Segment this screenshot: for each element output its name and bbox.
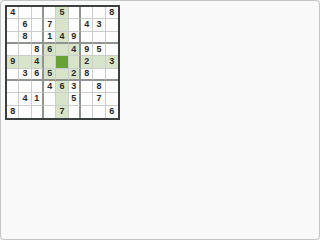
- cell-r2-c5[interactable]: [56, 19, 68, 31]
- cell-r9-c2[interactable]: [19, 106, 31, 118]
- cell-r2-c9[interactable]: [106, 19, 118, 31]
- cell-r5-c5[interactable]: [56, 56, 68, 68]
- cell-r4-c4[interactable]: 6: [44, 44, 56, 56]
- cell-r3-c2[interactable]: 8: [19, 32, 31, 44]
- cell-r5-c4[interactable]: [44, 56, 56, 68]
- cell-r2-c1[interactable]: [7, 19, 19, 31]
- cell-r2-c4[interactable]: 7: [44, 19, 56, 31]
- cell-r9-c3[interactable]: [32, 106, 44, 118]
- cell-r4-c1[interactable]: [7, 44, 19, 56]
- cell-r3-c7[interactable]: [81, 32, 93, 44]
- cell-r2-c6[interactable]: [69, 19, 81, 31]
- cell-r4-c2[interactable]: [19, 44, 31, 56]
- cell-r1-c8[interactable]: [93, 7, 105, 19]
- cell-r1-c4[interactable]: [44, 7, 56, 19]
- cell-r1-c7[interactable]: [81, 7, 93, 19]
- cell-r5-c2[interactable]: [19, 56, 31, 68]
- cell-r7-c9[interactable]: [106, 81, 118, 93]
- cell-r5-c7[interactable]: 2: [81, 56, 93, 68]
- cell-r1-c3[interactable]: [32, 7, 44, 19]
- cell-r9-c4[interactable]: [44, 106, 56, 118]
- cell-r8-c4[interactable]: [44, 93, 56, 105]
- cell-r3-c8[interactable]: [93, 32, 105, 44]
- cell-r4-c8[interactable]: 5: [93, 44, 105, 56]
- cell-r1-c2[interactable]: [19, 7, 31, 19]
- cell-r3-c5[interactable]: 4: [56, 32, 68, 44]
- cell-r9-c9[interactable]: 6: [106, 106, 118, 118]
- cell-r2-c2[interactable]: 6: [19, 19, 31, 31]
- cell-r9-c6[interactable]: [69, 106, 81, 118]
- cell-r6-c4[interactable]: 5: [44, 69, 56, 81]
- cell-r7-c1[interactable]: [7, 81, 19, 93]
- cell-r3-c3[interactable]: [32, 32, 44, 44]
- cell-r1-c6[interactable]: [69, 7, 81, 19]
- cell-r3-c9[interactable]: [106, 32, 118, 44]
- cell-r8-c1[interactable]: [7, 93, 19, 105]
- cell-r4-c5[interactable]: [56, 44, 68, 56]
- cell-r1-c1[interactable]: 4: [7, 7, 19, 19]
- cell-r7-c5[interactable]: 6: [56, 81, 68, 93]
- cell-r8-c6[interactable]: 5: [69, 93, 81, 105]
- cell-r6-c1[interactable]: [7, 69, 19, 81]
- cell-r9-c5[interactable]: 7: [56, 106, 68, 118]
- cell-r3-c6[interactable]: 9: [69, 32, 81, 44]
- cell-r8-c7[interactable]: [81, 93, 93, 105]
- cell-r4-c6[interactable]: 4: [69, 44, 81, 56]
- cell-r7-c4[interactable]: 4: [44, 81, 56, 93]
- cell-r9-c1[interactable]: 8: [7, 106, 19, 118]
- cell-r2-c7[interactable]: 4: [81, 19, 93, 31]
- cell-r2-c3[interactable]: [32, 19, 44, 31]
- cell-r7-c2[interactable]: [19, 81, 31, 93]
- cell-r4-c7[interactable]: 9: [81, 44, 93, 56]
- cell-r8-c2[interactable]: 4: [19, 93, 31, 105]
- cell-r6-c5[interactable]: [56, 69, 68, 81]
- cell-r2-c8[interactable]: 3: [93, 19, 105, 31]
- sudoku-board: 458674381498649594233652846384157876: [5, 5, 120, 120]
- board-frame: 458674381498649594233652846384157876: [0, 0, 124, 124]
- cell-r4-c9[interactable]: [106, 44, 118, 56]
- cell-r8-c8[interactable]: 7: [93, 93, 105, 105]
- cell-r1-c9[interactable]: 8: [106, 7, 118, 19]
- cell-r5-c6[interactable]: [69, 56, 81, 68]
- cell-r7-c6[interactable]: 3: [69, 81, 81, 93]
- cell-r6-c2[interactable]: 3: [19, 69, 31, 81]
- cell-r6-c3[interactable]: 6: [32, 69, 44, 81]
- cell-r9-c7[interactable]: [81, 106, 93, 118]
- cell-r4-c3[interactable]: 8: [32, 44, 44, 56]
- cell-r3-c4[interactable]: 1: [44, 32, 56, 44]
- cell-r5-c8[interactable]: [93, 56, 105, 68]
- cell-r5-c9[interactable]: 3: [106, 56, 118, 68]
- cell-r3-c1[interactable]: [7, 32, 19, 44]
- cell-r6-c6[interactable]: 2: [69, 69, 81, 81]
- cell-r5-c1[interactable]: 9: [7, 56, 19, 68]
- cell-r8-c5[interactable]: [56, 93, 68, 105]
- cell-r6-c9[interactable]: [106, 69, 118, 81]
- cell-r7-c7[interactable]: [81, 81, 93, 93]
- cell-r7-c3[interactable]: [32, 81, 44, 93]
- cell-r8-c3[interactable]: 1: [32, 93, 44, 105]
- cell-r8-c9[interactable]: [106, 93, 118, 105]
- cell-r6-c8[interactable]: [93, 69, 105, 81]
- cell-r6-c7[interactable]: 8: [81, 69, 93, 81]
- cell-r7-c8[interactable]: 8: [93, 81, 105, 93]
- cell-r9-c8[interactable]: [93, 106, 105, 118]
- cell-r1-c5[interactable]: 5: [56, 7, 68, 19]
- cell-r5-c3[interactable]: 4: [32, 56, 44, 68]
